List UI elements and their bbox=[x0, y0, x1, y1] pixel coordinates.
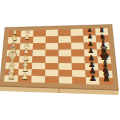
square-g8 bbox=[99, 71, 113, 78]
square-g6 bbox=[72, 70, 86, 77]
square-c7 bbox=[84, 42, 97, 49]
square-d7 bbox=[84, 49, 97, 56]
square-e3 bbox=[32, 56, 45, 63]
chess-board bbox=[0, 0, 120, 120]
square-f5 bbox=[59, 63, 72, 70]
square-h3 bbox=[31, 76, 45, 83]
square-b4 bbox=[46, 36, 59, 43]
square-c3 bbox=[33, 43, 46, 50]
square-a5 bbox=[58, 29, 71, 36]
square-a6 bbox=[71, 29, 84, 36]
square-g4 bbox=[45, 70, 59, 77]
square-e1 bbox=[6, 56, 20, 62]
square-c6 bbox=[71, 43, 84, 50]
square-b6 bbox=[71, 36, 84, 43]
square-c8 bbox=[96, 42, 109, 49]
square-g7 bbox=[85, 70, 99, 77]
square-d6 bbox=[71, 50, 84, 57]
square-a2 bbox=[21, 30, 34, 37]
square-g2 bbox=[18, 69, 32, 76]
square-e7 bbox=[85, 56, 99, 63]
square-a4 bbox=[46, 30, 58, 37]
square-h7 bbox=[86, 77, 100, 84]
square-e6 bbox=[72, 56, 85, 63]
square-f8 bbox=[98, 63, 112, 70]
square-c5 bbox=[58, 43, 71, 50]
square-b2 bbox=[20, 37, 33, 44]
square-b8 bbox=[96, 35, 109, 42]
square-h5 bbox=[59, 77, 73, 84]
square-d5 bbox=[58, 50, 71, 57]
square-f1 bbox=[5, 63, 19, 70]
square-b3 bbox=[33, 36, 46, 43]
square-h6 bbox=[72, 77, 86, 84]
square-b7 bbox=[83, 35, 96, 42]
square-b5 bbox=[58, 36, 71, 43]
square-g3 bbox=[32, 69, 46, 76]
square-f7 bbox=[85, 63, 99, 70]
square-f6 bbox=[72, 63, 86, 70]
square-c1 bbox=[7, 43, 20, 49]
square-e2 bbox=[19, 56, 32, 63]
chess-set-photo: ♜♞♝♛♚♝♞♜♟♟♟♟♟♟♟♟♟♟♟♟♟♟♟♟♜♞♝♛♚♝♞♜ bbox=[0, 0, 120, 120]
square-e4 bbox=[45, 56, 58, 63]
square-h2 bbox=[18, 76, 32, 83]
square-d1 bbox=[7, 50, 20, 56]
square-h8 bbox=[99, 78, 113, 85]
square-d8 bbox=[97, 49, 111, 56]
square-h4 bbox=[45, 76, 59, 83]
square-d2 bbox=[20, 50, 33, 57]
square-g1 bbox=[5, 69, 19, 76]
square-a8 bbox=[95, 28, 108, 35]
square-d4 bbox=[46, 50, 59, 57]
square-c2 bbox=[20, 43, 33, 50]
square-d3 bbox=[33, 50, 46, 57]
square-f3 bbox=[32, 63, 45, 70]
square-a1 bbox=[8, 31, 21, 38]
square-a3 bbox=[33, 30, 46, 37]
square-h1 bbox=[4, 75, 18, 82]
square-e5 bbox=[59, 56, 72, 63]
square-f4 bbox=[45, 63, 58, 70]
square-e8 bbox=[98, 56, 112, 63]
square-f2 bbox=[19, 63, 33, 70]
square-g5 bbox=[59, 70, 73, 77]
square-a7 bbox=[83, 28, 96, 35]
square-b1 bbox=[8, 37, 21, 44]
square-c4 bbox=[46, 43, 59, 50]
